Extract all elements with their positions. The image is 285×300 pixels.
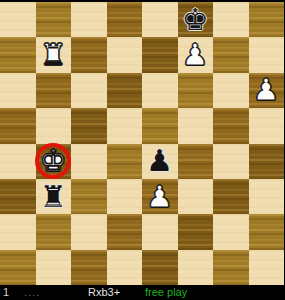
square-c5[interactable] [71, 108, 107, 143]
square-a3[interactable] [0, 179, 36, 214]
chess-board: ♚♜♟♟♚♟♜♟ [0, 2, 284, 285]
square-d5[interactable] [107, 108, 143, 143]
white-pawn: ♟ [182, 40, 209, 70]
black-move-ellipsis: .... [24, 285, 40, 300]
square-c6[interactable] [71, 73, 107, 108]
square-b4[interactable]: ♚ [36, 144, 72, 179]
square-c1[interactable] [71, 250, 107, 285]
square-d7[interactable] [107, 37, 143, 72]
square-h2[interactable] [249, 214, 285, 249]
square-e3[interactable]: ♟ [142, 179, 178, 214]
square-b6[interactable] [36, 73, 72, 108]
square-g8[interactable] [213, 2, 249, 37]
square-g2[interactable] [213, 214, 249, 249]
square-c7[interactable] [71, 37, 107, 72]
square-f2[interactable] [178, 214, 214, 249]
square-c4[interactable] [71, 144, 107, 179]
square-h7[interactable] [249, 37, 285, 72]
square-e4[interactable]: ♟ [142, 144, 178, 179]
white-pawn: ♟ [146, 182, 173, 212]
square-d8[interactable] [107, 2, 143, 37]
square-e7[interactable] [142, 37, 178, 72]
black-king: ♚ [182, 5, 209, 35]
square-d3[interactable] [107, 179, 143, 214]
square-g3[interactable] [213, 179, 249, 214]
square-e2[interactable] [142, 214, 178, 249]
white-rook: ♜ [40, 40, 67, 70]
square-h4[interactable] [249, 144, 285, 179]
square-h3[interactable] [249, 179, 285, 214]
square-h8[interactable] [249, 2, 285, 37]
square-c3[interactable] [71, 179, 107, 214]
square-c8[interactable] [71, 2, 107, 37]
square-d2[interactable] [107, 214, 143, 249]
square-a8[interactable] [0, 2, 36, 37]
square-h6[interactable]: ♟ [249, 73, 285, 108]
square-g6[interactable] [213, 73, 249, 108]
square-a7[interactable] [0, 37, 36, 72]
square-f7[interactable]: ♟ [178, 37, 214, 72]
square-d1[interactable] [107, 250, 143, 285]
square-g5[interactable] [213, 108, 249, 143]
square-c2[interactable] [71, 214, 107, 249]
black-pawn: ♟ [146, 146, 173, 176]
square-d6[interactable] [107, 73, 143, 108]
square-b1[interactable] [36, 250, 72, 285]
square-b7[interactable]: ♜ [36, 37, 72, 72]
square-g7[interactable] [213, 37, 249, 72]
square-b2[interactable] [36, 214, 72, 249]
square-f4[interactable] [178, 144, 214, 179]
square-a2[interactable] [0, 214, 36, 249]
square-e5[interactable] [142, 108, 178, 143]
square-b3[interactable]: ♜ [36, 179, 72, 214]
square-f6[interactable] [178, 73, 214, 108]
square-f5[interactable] [178, 108, 214, 143]
square-a5[interactable] [0, 108, 36, 143]
square-a4[interactable] [0, 144, 36, 179]
square-h1[interactable] [249, 250, 285, 285]
square-h5[interactable] [249, 108, 285, 143]
last-move-notation: Rxb3+ [88, 285, 120, 300]
status-bar: 1 .... Rxb3+ free play [0, 285, 284, 300]
square-e1[interactable] [142, 250, 178, 285]
square-a1[interactable] [0, 250, 36, 285]
square-f1[interactable] [178, 250, 214, 285]
square-d4[interactable] [107, 144, 143, 179]
black-rook: ♜ [40, 182, 67, 212]
chess-app-window: ♚♜♟♟♚♟♜♟ 1 .... Rxb3+ free play [0, 0, 284, 300]
game-mode-label: free play [145, 285, 187, 300]
square-g1[interactable] [213, 250, 249, 285]
square-b5[interactable] [36, 108, 72, 143]
white-pawn: ♟ [253, 75, 280, 105]
check-indicator [35, 143, 71, 179]
square-e8[interactable] [142, 2, 178, 37]
square-e6[interactable] [142, 73, 178, 108]
square-f3[interactable] [178, 179, 214, 214]
square-f8[interactable]: ♚ [178, 2, 214, 37]
move-number: 1 [3, 285, 9, 300]
square-b8[interactable] [36, 2, 72, 37]
square-g4[interactable] [213, 144, 249, 179]
square-a6[interactable] [0, 73, 36, 108]
